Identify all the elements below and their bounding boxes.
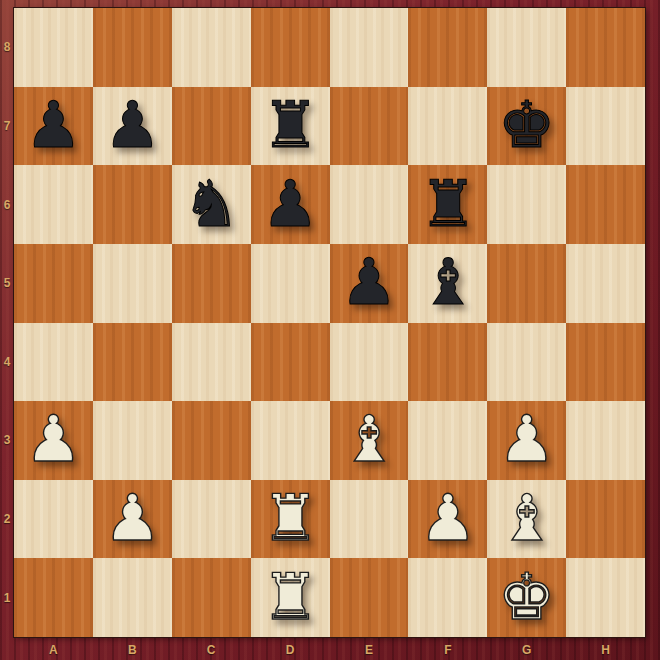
square-a7[interactable]: ♟ bbox=[14, 87, 93, 166]
chessboard: ♟♟♜♚♞♟♜♟♝♟♝♟♟♜♟♝♜♚ bbox=[14, 8, 645, 637]
square-g3[interactable]: ♟ bbox=[487, 401, 566, 480]
square-a5[interactable] bbox=[14, 244, 93, 323]
square-e2[interactable] bbox=[330, 480, 409, 559]
piece-white-pawn-g3[interactable]: ♟ bbox=[498, 407, 555, 471]
piece-white-bishop-g2[interactable]: ♝ bbox=[498, 486, 555, 550]
square-c2[interactable] bbox=[172, 480, 251, 559]
square-h1[interactable] bbox=[566, 558, 645, 637]
square-b5[interactable] bbox=[93, 244, 172, 323]
rank-label-1: 1 bbox=[0, 558, 14, 637]
square-f4[interactable] bbox=[408, 323, 487, 402]
piece-white-pawn-a3[interactable]: ♟ bbox=[25, 407, 82, 471]
square-b7[interactable]: ♟ bbox=[93, 87, 172, 166]
file-label-e: E bbox=[330, 637, 409, 660]
square-b8[interactable] bbox=[93, 8, 172, 87]
piece-white-bishop-e3[interactable]: ♝ bbox=[340, 407, 397, 471]
square-e8[interactable] bbox=[330, 8, 409, 87]
square-g1[interactable]: ♚ bbox=[487, 558, 566, 637]
file-labels: ABCDEFGH bbox=[14, 637, 645, 660]
rank-label-8: 8 bbox=[0, 8, 14, 87]
file-label-a: A bbox=[14, 637, 93, 660]
piece-black-knight-c6[interactable]: ♞ bbox=[183, 172, 240, 236]
rank-label-4: 4 bbox=[0, 323, 14, 402]
piece-black-pawn-d6[interactable]: ♟ bbox=[261, 172, 318, 236]
piece-white-king-g1[interactable]: ♚ bbox=[498, 565, 555, 629]
rank-label-5: 5 bbox=[0, 244, 14, 323]
square-e4[interactable] bbox=[330, 323, 409, 402]
square-b6[interactable] bbox=[93, 165, 172, 244]
square-d1[interactable]: ♜ bbox=[251, 558, 330, 637]
square-f2[interactable]: ♟ bbox=[408, 480, 487, 559]
piece-black-bishop-f5[interactable]: ♝ bbox=[419, 250, 476, 314]
rank-label-6: 6 bbox=[0, 165, 14, 244]
square-c7[interactable] bbox=[172, 87, 251, 166]
square-a1[interactable] bbox=[14, 558, 93, 637]
square-c5[interactable] bbox=[172, 244, 251, 323]
square-c4[interactable] bbox=[172, 323, 251, 402]
piece-black-pawn-e5[interactable]: ♟ bbox=[340, 250, 397, 314]
square-d7[interactable]: ♜ bbox=[251, 87, 330, 166]
square-d2[interactable]: ♜ bbox=[251, 480, 330, 559]
square-g5[interactable] bbox=[487, 244, 566, 323]
square-c8[interactable] bbox=[172, 8, 251, 87]
chessboard-frame: 87654321 ABCDEFGH ♟♟♜♚♞♟♜♟♝♟♝♟♟♜♟♝♜♚ bbox=[0, 0, 660, 660]
square-d3[interactable] bbox=[251, 401, 330, 480]
piece-white-pawn-b2[interactable]: ♟ bbox=[104, 486, 161, 550]
square-h8[interactable] bbox=[566, 8, 645, 87]
square-c6[interactable]: ♞ bbox=[172, 165, 251, 244]
rank-label-3: 3 bbox=[0, 401, 14, 480]
square-g2[interactable]: ♝ bbox=[487, 480, 566, 559]
square-f7[interactable] bbox=[408, 87, 487, 166]
square-h2[interactable] bbox=[566, 480, 645, 559]
piece-white-rook-d1[interactable]: ♜ bbox=[261, 565, 318, 629]
square-d8[interactable] bbox=[251, 8, 330, 87]
square-a8[interactable] bbox=[14, 8, 93, 87]
piece-black-pawn-a7[interactable]: ♟ bbox=[25, 93, 82, 157]
square-e1[interactable] bbox=[330, 558, 409, 637]
piece-black-pawn-b7[interactable]: ♟ bbox=[104, 93, 161, 157]
square-f1[interactable] bbox=[408, 558, 487, 637]
square-c1[interactable] bbox=[172, 558, 251, 637]
square-c3[interactable] bbox=[172, 401, 251, 480]
square-d5[interactable] bbox=[251, 244, 330, 323]
file-label-d: D bbox=[251, 637, 330, 660]
square-h3[interactable] bbox=[566, 401, 645, 480]
rank-label-7: 7 bbox=[0, 87, 14, 166]
piece-black-rook-f6[interactable]: ♜ bbox=[419, 172, 476, 236]
square-d4[interactable] bbox=[251, 323, 330, 402]
square-f6[interactable]: ♜ bbox=[408, 165, 487, 244]
square-b4[interactable] bbox=[93, 323, 172, 402]
square-f8[interactable] bbox=[408, 8, 487, 87]
file-label-f: F bbox=[408, 637, 487, 660]
file-label-b: B bbox=[93, 637, 172, 660]
square-a2[interactable] bbox=[14, 480, 93, 559]
square-a3[interactable]: ♟ bbox=[14, 401, 93, 480]
square-a4[interactable] bbox=[14, 323, 93, 402]
square-h5[interactable] bbox=[566, 244, 645, 323]
square-d6[interactable]: ♟ bbox=[251, 165, 330, 244]
square-g6[interactable] bbox=[487, 165, 566, 244]
square-h6[interactable] bbox=[566, 165, 645, 244]
rank-labels: 87654321 bbox=[0, 8, 14, 637]
file-label-g: G bbox=[487, 637, 566, 660]
piece-white-rook-d2[interactable]: ♜ bbox=[261, 486, 318, 550]
piece-black-king-g7[interactable]: ♚ bbox=[498, 93, 555, 157]
square-g8[interactable] bbox=[487, 8, 566, 87]
square-h4[interactable] bbox=[566, 323, 645, 402]
file-label-c: C bbox=[172, 637, 251, 660]
file-label-h: H bbox=[566, 637, 645, 660]
square-g7[interactable]: ♚ bbox=[487, 87, 566, 166]
rank-label-2: 2 bbox=[0, 480, 14, 559]
square-e6[interactable] bbox=[330, 165, 409, 244]
square-e5[interactable]: ♟ bbox=[330, 244, 409, 323]
square-h7[interactable] bbox=[566, 87, 645, 166]
square-b1[interactable] bbox=[93, 558, 172, 637]
square-f5[interactable]: ♝ bbox=[408, 244, 487, 323]
piece-black-rook-d7[interactable]: ♜ bbox=[261, 93, 318, 157]
square-g4[interactable] bbox=[487, 323, 566, 402]
square-b2[interactable]: ♟ bbox=[93, 480, 172, 559]
square-b3[interactable] bbox=[93, 401, 172, 480]
square-e7[interactable] bbox=[330, 87, 409, 166]
piece-white-pawn-f2[interactable]: ♟ bbox=[419, 486, 476, 550]
square-f3[interactable] bbox=[408, 401, 487, 480]
square-a6[interactable] bbox=[14, 165, 93, 244]
square-e3[interactable]: ♝ bbox=[330, 401, 409, 480]
